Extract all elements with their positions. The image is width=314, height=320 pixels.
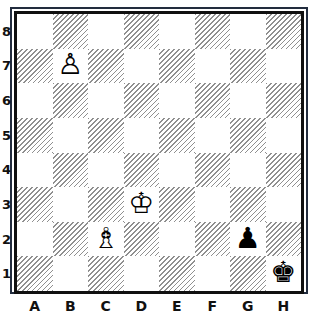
file-label-e: E [159, 294, 195, 318]
file-label-b: B [53, 294, 89, 318]
rank-label-4: 4 [0, 153, 12, 188]
square-g3[interactable] [230, 187, 266, 222]
square-b3[interactable] [53, 187, 89, 222]
square-f5[interactable] [195, 118, 231, 153]
square-e1[interactable] [159, 256, 195, 291]
square-e2[interactable] [159, 222, 195, 257]
rank-label-8: 8 [0, 14, 12, 49]
file-label-d: D [124, 294, 160, 318]
square-d5[interactable] [124, 118, 160, 153]
square-c2[interactable]: ♗ [88, 222, 124, 257]
square-e4[interactable] [159, 153, 195, 188]
square-g6[interactable] [230, 83, 266, 118]
square-a2[interactable] [17, 222, 53, 257]
piece-white-king-d3[interactable]: ♔ [128, 189, 154, 218]
square-a8[interactable] [17, 14, 53, 49]
square-e5[interactable] [159, 118, 195, 153]
square-f3[interactable] [195, 187, 231, 222]
square-g4[interactable] [230, 153, 266, 188]
square-h1[interactable]: ♚ [266, 256, 302, 291]
square-c6[interactable] [88, 83, 124, 118]
rank-label-5: 5 [0, 118, 12, 153]
square-g7[interactable] [230, 49, 266, 84]
file-label-c: C [88, 294, 124, 318]
square-b2[interactable] [53, 222, 89, 257]
square-a1[interactable] [17, 256, 53, 291]
square-h2[interactable] [266, 222, 302, 257]
square-c5[interactable] [88, 118, 124, 153]
chess-diagram: 87654321 ♙♔♗♟♚ ABCDEFGH [0, 0, 314, 320]
square-d3[interactable]: ♔ [124, 187, 160, 222]
square-h7[interactable] [266, 49, 302, 84]
chess-board: ♙♔♗♟♚ [14, 11, 304, 294]
square-a6[interactable] [17, 83, 53, 118]
rank-label-3: 3 [0, 187, 12, 222]
file-label-g: G [230, 294, 266, 318]
square-e7[interactable] [159, 49, 195, 84]
file-label-f: F [195, 294, 231, 318]
square-d4[interactable] [124, 153, 160, 188]
square-e3[interactable] [159, 187, 195, 222]
square-f1[interactable] [195, 256, 231, 291]
square-c8[interactable] [88, 14, 124, 49]
square-b5[interactable] [53, 118, 89, 153]
square-a4[interactable] [17, 153, 53, 188]
square-b6[interactable] [53, 83, 89, 118]
rank-labels: 87654321 [0, 14, 12, 291]
square-h8[interactable] [266, 14, 302, 49]
file-labels: ABCDEFGH [17, 294, 301, 318]
square-b4[interactable] [53, 153, 89, 188]
square-a7[interactable] [17, 49, 53, 84]
square-b7[interactable]: ♙ [53, 49, 89, 84]
square-d8[interactable] [124, 14, 160, 49]
piece-white-pawn-b7[interactable]: ♙ [57, 50, 83, 79]
square-a5[interactable] [17, 118, 53, 153]
square-h3[interactable] [266, 187, 302, 222]
square-h6[interactable] [266, 83, 302, 118]
square-g5[interactable] [230, 118, 266, 153]
square-e8[interactable] [159, 14, 195, 49]
square-c3[interactable] [88, 187, 124, 222]
square-f2[interactable] [195, 222, 231, 257]
piece-black-pawn-g2[interactable]: ♟ [235, 224, 261, 253]
square-g8[interactable] [230, 14, 266, 49]
square-d2[interactable] [124, 222, 160, 257]
square-d7[interactable] [124, 49, 160, 84]
square-g2[interactable]: ♟ [230, 222, 266, 257]
square-b1[interactable] [53, 256, 89, 291]
rank-label-6: 6 [0, 83, 12, 118]
square-g1[interactable] [230, 256, 266, 291]
square-h4[interactable] [266, 153, 302, 188]
square-b8[interactable] [53, 14, 89, 49]
square-f7[interactable] [195, 49, 231, 84]
square-a3[interactable] [17, 187, 53, 222]
square-d1[interactable] [124, 256, 160, 291]
piece-white-bishop-c2[interactable]: ♗ [93, 224, 119, 253]
rank-label-2: 2 [0, 222, 12, 257]
square-f6[interactable] [195, 83, 231, 118]
square-c4[interactable] [88, 153, 124, 188]
square-c7[interactable] [88, 49, 124, 84]
square-e6[interactable] [159, 83, 195, 118]
square-h5[interactable] [266, 118, 302, 153]
file-label-h: H [266, 294, 302, 318]
square-c1[interactable] [88, 256, 124, 291]
rank-label-7: 7 [0, 49, 12, 84]
file-label-a: A [17, 294, 53, 318]
square-d6[interactable] [124, 83, 160, 118]
square-f4[interactable] [195, 153, 231, 188]
rank-label-1: 1 [0, 256, 12, 291]
square-f8[interactable] [195, 14, 231, 49]
piece-black-king-h1[interactable]: ♚ [270, 258, 296, 287]
